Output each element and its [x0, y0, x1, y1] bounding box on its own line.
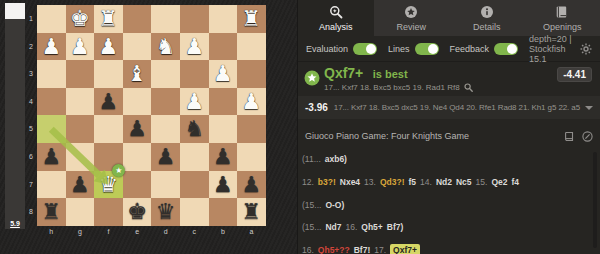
chevron-down-icon[interactable] — [585, 106, 593, 110]
engine-line-pv[interactable]: 17... Kxf7 18. Bxc5 dxc5 19. Ne4 Qd4 20.… — [334, 103, 581, 112]
square-h8[interactable]: ♜ — [37, 198, 66, 226]
square-a2[interactable] — [237, 33, 266, 61]
best-move-eval-badge: -4.41 — [557, 67, 592, 82]
move-token[interactable]: Nxe4 — [340, 177, 360, 187]
move-token: (11... — [302, 154, 321, 164]
engine-line-row[interactable]: -3.96 17... Kxf7 18. Bxc5 dxc5 19. Ne4 Q… — [298, 96, 600, 119]
square-b5[interactable] — [209, 115, 238, 143]
square-d2[interactable]: ♞ — [151, 33, 180, 61]
toggle-group-evaluation: Evaluation — [306, 43, 377, 55]
toggle-group-lines: Lines — [388, 43, 439, 55]
chess-analysis-window: 5.9 12345678 hgfedcba ♚♜♜♟♟♟♞♟♝♟♟♟♟♟♞♟♟♟… — [0, 0, 600, 254]
move-row: (11...axb6) — [298, 148, 600, 171]
square-c3[interactable] — [180, 60, 209, 88]
square-a1[interactable]: ♜ — [237, 5, 266, 33]
square-f4[interactable]: ♟ — [94, 88, 123, 116]
square-e8[interactable]: ♚ — [123, 198, 152, 226]
square-d7[interactable] — [151, 171, 180, 199]
evaluation-toggle[interactable] — [353, 43, 377, 55]
toggle-label: Lines — [388, 44, 410, 54]
white-piece-b: ♝ — [123, 60, 152, 88]
black-piece-r: ♜ — [37, 198, 66, 226]
tab-review[interactable]: Review — [374, 0, 450, 36]
square-h4[interactable] — [37, 88, 66, 116]
square-h1[interactable] — [37, 5, 66, 33]
analysis-icon — [329, 5, 343, 19]
black-piece-p: ♟ — [151, 143, 180, 171]
black-piece-n: ♞ — [180, 115, 209, 143]
scrollbar[interactable] — [593, 152, 597, 248]
move-token[interactable]: axb6) — [325, 154, 347, 164]
tab-details[interactable]: Details — [449, 0, 525, 36]
white-piece-p: ♟ — [180, 88, 209, 116]
black-piece-p: ♟ — [66, 171, 95, 199]
move-token: 16. — [302, 245, 314, 254]
white-piece-n: ♞ — [151, 33, 180, 61]
move-row: (15...Nd716.Qh5+Bf7) — [298, 216, 600, 239]
square-d6[interactable]: ♟ — [151, 143, 180, 171]
black-piece-p: ♟ — [209, 143, 238, 171]
square-f1[interactable]: ♜ — [94, 5, 123, 33]
square-e5[interactable]: ♟ — [123, 115, 152, 143]
square-e3[interactable]: ♝ — [123, 60, 152, 88]
square-g4[interactable] — [66, 88, 95, 116]
white-piece-r: ♜ — [237, 5, 266, 33]
tab-label: Openings — [543, 22, 582, 32]
square-a3[interactable] — [237, 60, 266, 88]
square-f3[interactable] — [94, 60, 123, 88]
square-g2[interactable]: ♟ — [66, 33, 95, 61]
rank-label-7: 7 — [24, 171, 33, 199]
square-b8[interactable] — [209, 198, 238, 226]
square-e1[interactable] — [123, 5, 152, 33]
rank-label-4: 4 — [24, 88, 33, 116]
file-label-e: e — [123, 228, 152, 235]
review-icon — [404, 5, 418, 19]
move-row: 16.Qh5+??Bf7!17.Qxf7+ — [298, 239, 600, 254]
move-token: 17. — [374, 245, 386, 254]
toggle-label: Feedback — [450, 44, 490, 54]
evaluation-bar-white-segment — [5, 3, 25, 19]
explorer-compass-icon[interactable] — [582, 131, 593, 142]
engine-line-eval: -3.96 — [305, 102, 328, 113]
square-f2[interactable]: ♟ — [94, 33, 123, 61]
move-token: 12. — [302, 177, 314, 187]
engine-status: depth=20 | Stockfish 15.1 — [529, 34, 574, 64]
move-token[interactable]: Bf7! — [354, 245, 371, 254]
white-piece-p: ♟ — [237, 88, 266, 116]
square-b4[interactable] — [209, 88, 238, 116]
move-token[interactable]: Qh5+?? — [318, 245, 350, 254]
square-h2[interactable]: ♟ — [37, 33, 66, 61]
move-token: 13. — [364, 177, 376, 187]
best-move-san[interactable]: Qxf7+ — [324, 65, 363, 81]
file-label-a: a — [237, 228, 266, 235]
toggle-label: Evaluation — [306, 44, 348, 54]
square-a6[interactable] — [237, 143, 266, 171]
rank-label-3: 3 — [24, 60, 33, 88]
move-token[interactable]: Nd7 — [325, 222, 341, 232]
square-c5[interactable]: ♞ — [180, 115, 209, 143]
white-piece-p: ♟ — [209, 60, 238, 88]
move-row: (15...O-O) — [298, 193, 600, 216]
square-g6[interactable] — [66, 143, 95, 171]
rank-label-8: 8 — [24, 198, 33, 226]
move-token[interactable]: Bf7) — [387, 222, 404, 232]
evaluation-bar: 5.9 — [5, 3, 25, 229]
move-token[interactable]: b3?! — [318, 177, 336, 187]
file-label-c: c — [180, 228, 209, 235]
square-f8[interactable] — [94, 198, 123, 226]
gear-icon[interactable] — [580, 43, 592, 55]
black-piece-r: ♜ — [237, 198, 266, 226]
white-piece-p: ♟ — [37, 33, 66, 61]
black-piece-p: ♟ — [209, 171, 238, 199]
white-piece-p: ♟ — [66, 33, 95, 61]
square-c7[interactable] — [180, 171, 209, 199]
square-h6[interactable]: ♟ — [37, 143, 66, 171]
white-piece-p: ♟ — [180, 33, 209, 61]
move-token[interactable]: Nd2 — [436, 177, 452, 187]
openings-icon — [555, 5, 569, 19]
file-label-g: g — [66, 228, 95, 235]
square-h3[interactable] — [37, 60, 66, 88]
move-token: 15. — [476, 177, 488, 187]
best-move-section: Qxf7+ is best 17... Kxf7 18. Bxc5 bxc5 1… — [298, 62, 600, 96]
move-token[interactable]: Nc5 — [456, 177, 472, 187]
square-e2[interactable] — [123, 33, 152, 61]
move-token: (15... — [302, 200, 321, 210]
white-piece-p: ♟ — [94, 33, 123, 61]
square-c6[interactable] — [180, 143, 209, 171]
magnifier-icon — [464, 83, 473, 92]
black-piece-p: ♟ — [123, 115, 152, 143]
square-d4[interactable] — [151, 88, 180, 116]
rank-label-5: 5 — [24, 115, 33, 143]
file-label-b: b — [209, 228, 238, 235]
square-g7[interactable]: ♟ — [66, 171, 95, 199]
rank-label-2: 2 — [24, 33, 33, 61]
square-h5[interactable] — [37, 115, 66, 143]
file-labels: hgfedcba — [37, 228, 266, 235]
best-move-pv-line[interactable]: 17... Kxf7 18. Bxc5 bxc5 19. Rad1 Rf8 — [324, 83, 473, 92]
move-token: 16. — [345, 222, 357, 232]
move-token[interactable]: O-O) — [325, 200, 344, 210]
black-piece-p: ♟ — [37, 143, 66, 171]
move-token[interactable]: Qd3?! — [380, 177, 405, 187]
square-a8[interactable]: ♜ — [237, 198, 266, 226]
square-b3[interactable]: ♟ — [209, 60, 238, 88]
move-token: 14. — [420, 177, 432, 187]
black-piece-q: ♛ — [151, 198, 180, 226]
tab-bar: AnalysisReviewDetailsOpenings — [298, 0, 600, 36]
toggle-group-feedback: Feedback — [450, 43, 519, 55]
move-row: 12.b3?!Nxe413.Qd3?!f514.Nd2Nc515.Qe2f4 — [298, 171, 600, 194]
square-g1[interactable]: ♚ — [66, 5, 95, 33]
toggles-group: EvaluationLinesFeedback — [306, 43, 529, 55]
square-f5[interactable] — [94, 115, 123, 143]
square-c8[interactable] — [180, 198, 209, 226]
book-icon[interactable] — [564, 131, 575, 142]
black-piece-k: ♚ — [123, 198, 152, 226]
square-g8[interactable] — [66, 198, 95, 226]
square-g5[interactable] — [66, 115, 95, 143]
square-b7[interactable]: ♟ — [209, 171, 238, 199]
square-e7[interactable] — [123, 171, 152, 199]
square-c1[interactable] — [180, 5, 209, 33]
black-piece-p: ♟ — [237, 171, 266, 199]
best-move-pv[interactable]: 17... Kxf7 18. Bxc5 bxc5 19. Rad1 Rf8 — [324, 83, 460, 92]
black-piece-p: ♟ — [94, 88, 123, 116]
chess-board[interactable]: ♚♜♜♟♟♟♞♟♝♟♟♟♟♟♞♟♟♟♟♛♟♟♜♚♛♜ — [37, 5, 266, 226]
file-label-f: f — [94, 228, 123, 235]
move-token[interactable]: Qe2 — [491, 177, 507, 187]
feedback-toggle[interactable] — [494, 43, 518, 55]
square-h7[interactable] — [37, 171, 66, 199]
lines-toggle[interactable] — [415, 43, 439, 55]
move-list: (11...axb6)12.b3?!Nxe413.Qd3?!f514.Nd2Nc… — [298, 148, 600, 254]
details-icon — [480, 5, 494, 19]
move-token: (15... — [302, 222, 321, 232]
tab-label: Analysis — [319, 22, 353, 32]
square-d5[interactable] — [151, 115, 180, 143]
analysis-panel: AnalysisReviewDetailsOpenings Evaluation… — [297, 0, 600, 254]
tab-openings[interactable]: Openings — [525, 0, 600, 36]
square-b1[interactable] — [209, 5, 238, 33]
opening-icons — [564, 131, 593, 142]
square-a5[interactable] — [237, 115, 266, 143]
move-token[interactable]: Qxf7+ — [390, 244, 420, 254]
square-d8[interactable]: ♛ — [151, 198, 180, 226]
square-c4[interactable]: ♟ — [180, 88, 209, 116]
opening-row: Giuoco Piano Game: Four Knights Game — [298, 126, 600, 146]
rank-label-6: 6 — [24, 143, 33, 171]
best-move-suffix: is best — [373, 68, 408, 80]
evaluation-bar-score: 5.9 — [5, 220, 25, 227]
file-label-d: d — [151, 228, 180, 235]
file-label-h: h — [37, 228, 66, 235]
move-token[interactable]: Qh5+ — [361, 222, 383, 232]
white-piece-k: ♚ — [66, 5, 95, 33]
square-c2[interactable]: ♟ — [180, 33, 209, 61]
square-b2[interactable] — [209, 33, 238, 61]
tab-analysis[interactable]: Analysis — [298, 0, 374, 36]
square-e4[interactable] — [123, 88, 152, 116]
square-a7[interactable]: ♟ — [237, 171, 266, 199]
square-a4[interactable]: ♟ — [237, 88, 266, 116]
move-token[interactable]: f5 — [409, 177, 417, 187]
rank-label-1: 1 — [24, 5, 33, 33]
square-d3[interactable] — [151, 60, 180, 88]
tab-label: Details — [473, 22, 501, 32]
white-piece-r: ♜ — [94, 5, 123, 33]
toggles-row: EvaluationLinesFeedback depth=20 | Stock… — [298, 36, 600, 62]
square-g3[interactable] — [66, 60, 95, 88]
rank-labels: 12345678 — [24, 5, 33, 226]
square-d1[interactable] — [151, 5, 180, 33]
best-move-title: Qxf7+ is best — [324, 64, 408, 82]
opening-name: Giuoco Piano Game: Four Knights Game — [305, 131, 469, 141]
square-e6[interactable] — [123, 143, 152, 171]
square-b6[interactable]: ♟ — [209, 143, 238, 171]
tab-label: Review — [396, 22, 426, 32]
best-move-star-icon — [304, 70, 320, 90]
move-token[interactable]: f4 — [511, 177, 519, 187]
